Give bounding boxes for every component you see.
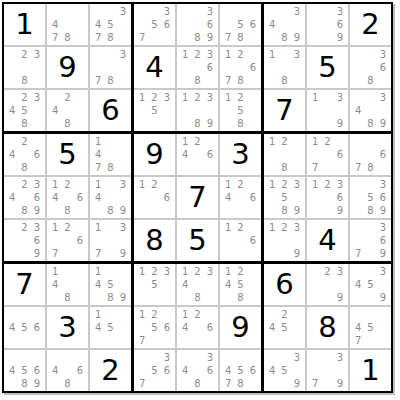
candidate-3 <box>204 308 216 321</box>
candidate-8 <box>321 161 333 174</box>
candidate-5: 5 <box>364 321 376 334</box>
pencil-marks: 3489 <box>352 91 389 130</box>
candidate-5 <box>321 278 333 291</box>
candidate-8: 8 <box>18 161 30 174</box>
candidate-9: 9 <box>377 247 389 260</box>
candidate-9: 9 <box>31 247 43 260</box>
candidate-7: 7 <box>136 334 148 347</box>
cell-r5c4[interactable]: 5 <box>177 220 218 261</box>
candidate-9 <box>161 291 173 304</box>
candidate-1: 1 <box>92 265 104 278</box>
cell-r2c8[interactable]: 3489 <box>350 90 391 131</box>
candidate-8 <box>321 204 333 217</box>
candidate-2: 2 <box>321 178 333 191</box>
candidate-2 <box>278 5 290 18</box>
candidate-7: 7 <box>92 247 104 260</box>
candidate-3: 3 <box>204 5 216 18</box>
cell-r7c8[interactable]: 457 <box>350 307 391 348</box>
pencil-marks: 1267 <box>309 135 346 174</box>
candidate-6: 6 <box>204 61 216 74</box>
cell-r6c6[interactable]: 6 <box>264 264 305 305</box>
candidate-5 <box>191 364 203 377</box>
candidate-9: 9 <box>117 247 129 260</box>
candidate-9 <box>117 74 129 87</box>
box-r2c2: 62393459245845734593791 <box>264 264 391 391</box>
cell-r8c0[interactable]: 45689 <box>4 350 45 391</box>
candidate-2 <box>104 221 116 234</box>
cell-r0c1[interactable]: 478 <box>47 4 88 45</box>
pencil-marks: 12389 <box>179 91 216 130</box>
cell-r6c2[interactable]: 14589 <box>90 264 131 305</box>
cell-r8c8[interactable]: 1 <box>350 350 391 391</box>
cell-r2c6[interactable]: 7 <box>264 90 305 131</box>
candidate-7 <box>49 377 61 390</box>
cell-r4c2[interactable]: 13489 <box>90 177 131 218</box>
cell-r6c4[interactable]: 12348 <box>177 264 218 305</box>
candidate-2 <box>104 265 116 278</box>
cell-r1c6[interactable]: 138 <box>264 47 305 88</box>
candidate-8: 8 <box>104 291 116 304</box>
cell-r5c3[interactable]: 8 <box>134 220 175 261</box>
candidate-5 <box>61 18 73 31</box>
candidate-3: 3 <box>117 178 129 191</box>
candidate-7 <box>352 117 364 130</box>
candidate-1 <box>6 308 18 321</box>
cell-r7c2[interactable]: 145 <box>90 307 131 348</box>
candidate-8: 8 <box>278 204 290 217</box>
given-digit: 3 <box>58 313 76 342</box>
pencil-marks: 126 <box>136 178 173 217</box>
cell-r0c3[interactable]: 3567 <box>134 4 175 45</box>
candidate-4: 4 <box>266 18 278 31</box>
candidate-1: 1 <box>179 308 191 321</box>
candidate-2 <box>364 91 376 104</box>
candidate-5: 5 <box>278 364 290 377</box>
cell-r8c5[interactable]: 45678 <box>220 350 261 391</box>
candidate-6 <box>161 104 173 117</box>
candidate-2: 2 <box>234 178 246 191</box>
candidate-7 <box>6 334 18 347</box>
candidate-1: 1 <box>266 178 278 191</box>
candidate-2: 2 <box>61 178 73 191</box>
candidate-8: 8 <box>61 31 73 44</box>
candidate-7 <box>179 377 191 390</box>
candidate-9 <box>74 377 86 390</box>
candidate-3 <box>74 351 86 364</box>
candidate-4: 4 <box>92 321 104 334</box>
candidate-3 <box>74 265 86 278</box>
candidate-5 <box>321 191 333 204</box>
candidate-3: 3 <box>291 5 303 18</box>
candidate-9: 9 <box>31 204 43 217</box>
candidate-4 <box>266 148 278 161</box>
candidate-7 <box>6 117 18 130</box>
candidate-4 <box>92 61 104 74</box>
candidate-4 <box>309 191 321 204</box>
candidate-3: 3 <box>291 48 303 61</box>
candidate-6: 6 <box>377 234 389 247</box>
candidate-6 <box>117 278 129 291</box>
candidate-1 <box>136 5 148 18</box>
candidate-2: 2 <box>191 135 203 148</box>
cell-r7c0[interactable]: 456 <box>4 307 45 348</box>
candidate-4 <box>222 104 234 117</box>
sudoku-board: 1478345782389378234582486356736895678412… <box>2 2 393 393</box>
candidate-6: 6 <box>334 18 346 31</box>
cell-r2c0[interactable]: 23458 <box>4 90 45 131</box>
candidate-8 <box>18 334 30 347</box>
candidate-3: 3 <box>377 91 389 104</box>
pencil-marks: 1246 <box>179 135 216 174</box>
cell-r3c5[interactable]: 3 <box>220 134 261 175</box>
candidate-3: 3 <box>117 5 129 18</box>
cell-r4c4[interactable]: 7 <box>177 177 218 218</box>
cell-r2c3[interactable]: 1235 <box>134 90 175 131</box>
candidate-1 <box>6 221 18 234</box>
candidate-4 <box>136 278 148 291</box>
candidate-3 <box>247 351 259 364</box>
candidate-1: 1 <box>92 178 104 191</box>
cell-r5c5[interactable]: 126 <box>220 220 261 261</box>
candidate-5 <box>364 148 376 161</box>
cell-r8c2[interactable]: 2 <box>90 350 131 391</box>
candidate-6 <box>291 364 303 377</box>
cell-r0c7[interactable]: 369 <box>307 4 348 45</box>
pencil-marks: 478 <box>49 5 86 44</box>
candidate-5 <box>18 234 30 247</box>
candidate-7: 7 <box>92 161 104 174</box>
candidate-5: 5 <box>148 364 160 377</box>
cell-r1c2[interactable]: 378 <box>90 47 131 88</box>
cell-r1c5[interactable]: 12678 <box>220 47 261 88</box>
candidate-6: 6 <box>247 18 259 31</box>
candidate-9: 9 <box>291 204 303 217</box>
candidate-6: 6 <box>204 18 216 31</box>
pencil-marks: 378 <box>92 48 129 87</box>
cell-r4c3[interactable]: 126 <box>134 177 175 218</box>
candidate-7 <box>6 377 18 390</box>
candidate-6: 6 <box>31 321 43 334</box>
candidate-4: 4 <box>222 364 234 377</box>
candidate-1 <box>49 91 61 104</box>
cell-r8c6[interactable]: 3459 <box>264 350 305 391</box>
candidate-2: 2 <box>234 265 246 278</box>
pencil-marks: 2369 <box>6 221 43 260</box>
candidate-3: 3 <box>377 265 389 278</box>
cell-r7c3[interactable]: 12567 <box>134 307 175 348</box>
candidate-3 <box>74 91 86 104</box>
cell-r4c0[interactable]: 234689 <box>4 177 45 218</box>
cell-r3c7[interactable]: 1267 <box>307 134 348 175</box>
candidate-6: 6 <box>204 148 216 161</box>
cell-r3c8[interactable]: 678 <box>350 134 391 175</box>
cell-r1c1[interactable]: 9 <box>47 47 88 88</box>
cell-r1c3[interactable]: 4 <box>134 47 175 88</box>
cell-r5c0[interactable]: 2369 <box>4 220 45 261</box>
pencil-marks: 1379 <box>92 221 129 260</box>
candidate-3: 3 <box>291 221 303 234</box>
cell-r7c4[interactable]: 1246 <box>177 307 218 348</box>
pencil-marks: 245 <box>266 308 303 347</box>
candidate-5: 5 <box>278 321 290 334</box>
cell-r6c1[interactable]: 148 <box>47 264 88 305</box>
candidate-4 <box>309 364 321 377</box>
candidate-4 <box>352 234 364 247</box>
candidate-2: 2 <box>191 48 203 61</box>
candidate-2 <box>278 351 290 364</box>
cell-r0c2[interactable]: 34578 <box>90 4 131 45</box>
cell-r3c3[interactable]: 9 <box>134 134 175 175</box>
cell-r3c4[interactable]: 1246 <box>177 134 218 175</box>
candidate-3 <box>161 178 173 191</box>
candidate-4 <box>222 61 234 74</box>
candidate-7 <box>179 31 191 44</box>
candidate-5 <box>148 191 160 204</box>
candidate-9: 9 <box>334 204 346 217</box>
candidate-8: 8 <box>191 117 203 130</box>
cell-r3c2[interactable]: 1478 <box>90 134 131 175</box>
cell-r2c2[interactable]: 6 <box>90 90 131 131</box>
candidate-9 <box>31 161 43 174</box>
candidate-6 <box>377 104 389 117</box>
candidate-1 <box>92 48 104 61</box>
candidate-6: 6 <box>74 234 86 247</box>
candidate-9 <box>31 117 43 130</box>
candidate-8 <box>104 334 116 347</box>
candidate-4 <box>352 61 364 74</box>
cell-r5c8[interactable]: 3679 <box>350 220 391 261</box>
cell-r8c3[interactable]: 3567 <box>134 350 175 391</box>
cell-r2c4[interactable]: 12389 <box>177 90 218 131</box>
cell-r6c5[interactable]: 12458 <box>220 264 261 305</box>
candidate-7: 7 <box>309 161 321 174</box>
candidate-5 <box>234 234 246 247</box>
candidate-1 <box>352 221 364 234</box>
candidate-6 <box>74 278 86 291</box>
cell-r6c3[interactable]: 1235 <box>134 264 175 305</box>
candidate-4 <box>266 234 278 247</box>
candidate-6 <box>31 104 43 117</box>
candidate-1 <box>309 5 321 18</box>
candidate-1 <box>6 135 18 148</box>
pencil-marks: 2468 <box>6 135 43 174</box>
candidate-3: 3 <box>377 221 389 234</box>
candidate-7 <box>179 291 191 304</box>
candidate-8: 8 <box>191 31 203 44</box>
candidate-9: 9 <box>291 247 303 260</box>
candidate-9 <box>291 74 303 87</box>
candidate-1: 1 <box>179 91 191 104</box>
candidate-5 <box>278 234 290 247</box>
given-digit: 6 <box>275 270 293 299</box>
candidate-9 <box>334 161 346 174</box>
pencil-marks: 123589 <box>266 178 303 217</box>
given-digit: 7 <box>15 270 33 299</box>
pencil-marks: 34578 <box>92 5 129 44</box>
cell-r8c4[interactable]: 3468 <box>177 350 218 391</box>
candidate-2 <box>191 5 203 18</box>
cell-r4c8[interactable]: 35689 <box>350 177 391 218</box>
candidate-5 <box>61 278 73 291</box>
candidate-3 <box>117 308 129 321</box>
pencil-marks: 45678 <box>222 351 259 390</box>
candidate-2: 2 <box>18 48 30 61</box>
candidate-9: 9 <box>204 117 216 130</box>
pencil-marks: 13489 <box>92 178 129 217</box>
pencil-marks: 3459 <box>352 265 389 304</box>
candidate-8: 8 <box>234 31 246 44</box>
candidate-4: 4 <box>6 321 18 334</box>
cell-r6c8[interactable]: 3459 <box>350 264 391 305</box>
candidate-7: 7 <box>92 31 104 44</box>
candidate-7 <box>266 247 278 260</box>
candidate-6: 6 <box>74 364 86 377</box>
cell-r3c1[interactable]: 5 <box>47 134 88 175</box>
cell-r0c6[interactable]: 3489 <box>264 4 305 45</box>
candidate-7 <box>6 247 18 260</box>
candidate-7: 7 <box>222 74 234 87</box>
candidate-7 <box>179 161 191 174</box>
cell-r1c0[interactable]: 238 <box>4 47 45 88</box>
candidate-4: 4 <box>179 321 191 334</box>
candidate-7 <box>179 74 191 87</box>
candidate-7 <box>6 161 18 174</box>
candidate-8 <box>321 291 333 304</box>
candidate-8: 8 <box>234 74 246 87</box>
candidate-6 <box>334 278 346 291</box>
cell-r3c0[interactable]: 2468 <box>4 134 45 175</box>
candidate-2: 2 <box>278 221 290 234</box>
candidate-6: 6 <box>31 364 43 377</box>
candidate-4 <box>136 191 148 204</box>
candidate-2: 2 <box>18 91 30 104</box>
candidate-4 <box>352 148 364 161</box>
candidate-3: 3 <box>334 91 346 104</box>
candidate-3: 3 <box>291 178 303 191</box>
cell-r4c6[interactable]: 123589 <box>264 177 305 218</box>
candidate-6: 6 <box>161 321 173 334</box>
candidate-5 <box>191 148 203 161</box>
candidate-8 <box>61 247 73 260</box>
candidate-6 <box>204 104 216 117</box>
candidate-2 <box>61 5 73 18</box>
candidate-8: 8 <box>61 291 73 304</box>
candidate-1: 1 <box>309 91 321 104</box>
cell-r8c7[interactable]: 379 <box>307 350 348 391</box>
cell-r1c8[interactable]: 368 <box>350 47 391 88</box>
candidate-9 <box>247 117 259 130</box>
candidate-5 <box>191 104 203 117</box>
cell-r0c4[interactable]: 3689 <box>177 4 218 45</box>
candidate-4 <box>6 234 18 247</box>
candidate-1: 1 <box>222 178 234 191</box>
cell-r5c7[interactable]: 4 <box>307 220 348 261</box>
cell-r4c1[interactable]: 12468 <box>47 177 88 218</box>
pencil-marks: 1478 <box>92 135 129 174</box>
cell-r8c1[interactable]: 468 <box>47 350 88 391</box>
cell-r3c6[interactable]: 128 <box>264 134 305 175</box>
cell-r2c7[interactable]: 139 <box>307 90 348 131</box>
candidate-3: 3 <box>204 351 216 364</box>
candidate-8: 8 <box>191 74 203 87</box>
cell-r0c5[interactable]: 5678 <box>220 4 261 45</box>
cell-r2c1[interactable]: 248 <box>47 90 88 131</box>
candidate-6: 6 <box>161 191 173 204</box>
candidate-7 <box>309 291 321 304</box>
given-digit: 9 <box>145 140 163 169</box>
pencil-marks: 1267 <box>49 221 86 260</box>
candidate-6: 6 <box>247 234 259 247</box>
cell-r5c1[interactable]: 1267 <box>47 220 88 261</box>
candidate-4 <box>136 18 148 31</box>
candidate-2 <box>18 351 30 364</box>
candidate-4: 4 <box>6 191 18 204</box>
candidate-8 <box>321 117 333 130</box>
cell-r7c1[interactable]: 3 <box>47 307 88 348</box>
given-digit: 9 <box>231 313 249 342</box>
candidate-6 <box>117 148 129 161</box>
candidate-3: 3 <box>334 265 346 278</box>
cell-r4c5[interactable]: 1246 <box>220 177 261 218</box>
cell-r5c2[interactable]: 1379 <box>90 220 131 261</box>
cell-r6c0[interactable]: 7 <box>4 264 45 305</box>
cell-r1c7[interactable]: 5 <box>307 47 348 88</box>
candidate-9 <box>117 334 129 347</box>
pencil-marks: 14589 <box>92 265 129 304</box>
cell-r4c7[interactable]: 12369 <box>307 177 348 218</box>
pencil-marks: 1239 <box>266 221 303 260</box>
candidate-2: 2 <box>18 135 30 148</box>
candidate-3: 3 <box>161 351 173 364</box>
cell-r0c8[interactable]: 2 <box>350 4 391 45</box>
candidate-1: 1 <box>92 221 104 234</box>
cell-r7c7[interactable]: 8 <box>307 307 348 348</box>
candidate-6: 6 <box>377 61 389 74</box>
candidate-9 <box>377 161 389 174</box>
candidate-8: 8 <box>104 74 116 87</box>
pencil-marks: 248 <box>49 91 86 130</box>
cell-r6c7[interactable]: 239 <box>307 264 348 305</box>
candidate-9: 9 <box>117 291 129 304</box>
cell-r7c5[interactable]: 9 <box>220 307 261 348</box>
candidate-2: 2 <box>148 91 160 104</box>
candidate-1 <box>352 91 364 104</box>
candidate-5: 5 <box>18 321 30 334</box>
candidate-5: 5 <box>104 18 116 31</box>
cell-r7c6[interactable]: 245 <box>264 307 305 348</box>
candidate-8: 8 <box>104 161 116 174</box>
candidate-4 <box>352 191 364 204</box>
pencil-marks: 3689 <box>179 5 216 44</box>
candidate-1 <box>352 135 364 148</box>
candidate-3: 3 <box>204 265 216 278</box>
candidate-9 <box>204 334 216 347</box>
candidate-8 <box>148 117 160 130</box>
candidate-7 <box>266 74 278 87</box>
cell-r5c6[interactable]: 1239 <box>264 220 305 261</box>
cell-r1c4[interactable]: 12368 <box>177 47 218 88</box>
cell-r2c5[interactable]: 1258 <box>220 90 261 131</box>
candidate-4: 4 <box>352 278 364 291</box>
candidate-7: 7 <box>352 161 364 174</box>
candidate-9 <box>74 247 86 260</box>
candidate-5 <box>191 61 203 74</box>
cell-r0c0[interactable]: 1 <box>4 4 45 45</box>
pencil-marks: 12348 <box>179 265 216 304</box>
candidate-1: 1 <box>266 221 278 234</box>
candidate-9 <box>74 117 86 130</box>
candidate-7 <box>352 74 364 87</box>
